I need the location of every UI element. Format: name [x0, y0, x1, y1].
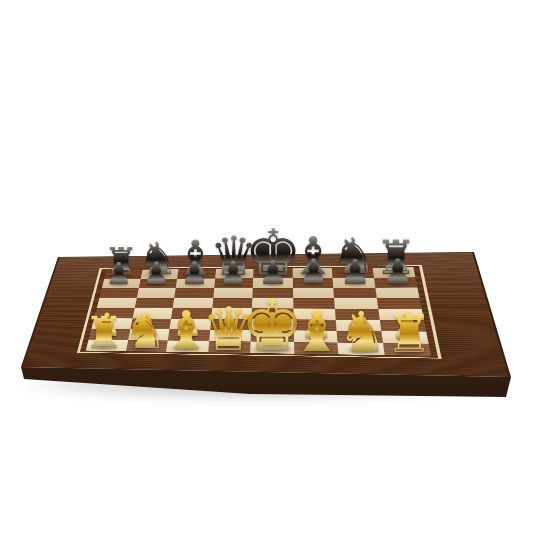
square-c2: [168, 329, 210, 341]
square-g8: [332, 268, 374, 278]
square-e2: [251, 330, 294, 342]
square-b7: [138, 279, 177, 289]
maple-border-line: [77, 265, 442, 358]
square-h1: [382, 343, 431, 356]
square-d5: [212, 298, 252, 308]
square-e3: [251, 319, 293, 330]
square-f6: [293, 288, 334, 298]
square-a3: [91, 318, 132, 329]
chess-board-grid: [86, 267, 431, 355]
square-e7: [253, 278, 293, 288]
square-d1: [208, 341, 251, 353]
square-h4: [378, 309, 424, 320]
square-d4: [211, 308, 252, 319]
product-photo-stage: ♜♞♝♛♚♝♞♜♟♟♟♟♟♟♟♟♟♟♟♟♟♟♟♟♜♞♝♛♚♝♞♜: [0, 0, 533, 533]
square-b8: [140, 269, 178, 279]
square-a4: [94, 308, 134, 318]
square-f1: [294, 342, 339, 355]
square-h8: [372, 267, 415, 277]
square-h6: [375, 287, 420, 298]
chess-board-frame: [21, 252, 511, 377]
square-d2: [209, 330, 251, 342]
square-a5: [97, 298, 137, 308]
square-f8: [292, 268, 332, 278]
square-b1: [125, 340, 167, 352]
square-f7: [292, 278, 333, 288]
square-h7: [373, 277, 417, 287]
square-g6: [333, 288, 376, 298]
square-c1: [166, 340, 209, 352]
square-b2: [128, 329, 170, 340]
square-a8: [104, 270, 142, 279]
square-g7: [332, 278, 374, 288]
square-a6: [99, 288, 138, 298]
square-c8: [177, 269, 216, 279]
square-b5: [134, 298, 174, 308]
square-e5: [252, 298, 293, 308]
square-b6: [136, 288, 175, 298]
square-a2: [89, 329, 130, 340]
square-d7: [214, 278, 253, 288]
square-c5: [173, 298, 213, 308]
square-a1: [86, 339, 128, 351]
square-c6: [174, 288, 214, 298]
square-c4: [171, 308, 212, 319]
square-h2: [381, 331, 429, 343]
square-d8: [215, 269, 254, 279]
square-a7: [102, 279, 140, 289]
square-c7: [176, 278, 215, 288]
square-f4: [293, 308, 336, 319]
square-f5: [293, 298, 335, 309]
square-e1: [250, 341, 294, 353]
square-e4: [252, 308, 294, 319]
square-h3: [379, 320, 426, 332]
square-f2: [293, 330, 337, 342]
square-g5: [334, 298, 378, 309]
square-b3: [130, 318, 171, 329]
square-c3: [169, 319, 210, 330]
square-h5: [376, 298, 421, 309]
square-d6: [213, 288, 253, 298]
square-e8: [253, 268, 292, 278]
square-g4: [335, 309, 379, 320]
square-g1: [337, 342, 384, 355]
square-b4: [132, 308, 172, 319]
square-e6: [252, 288, 292, 298]
square-d3: [210, 319, 252, 330]
square-g3: [336, 320, 381, 332]
square-g2: [337, 331, 383, 343]
square-f3: [293, 319, 336, 331]
